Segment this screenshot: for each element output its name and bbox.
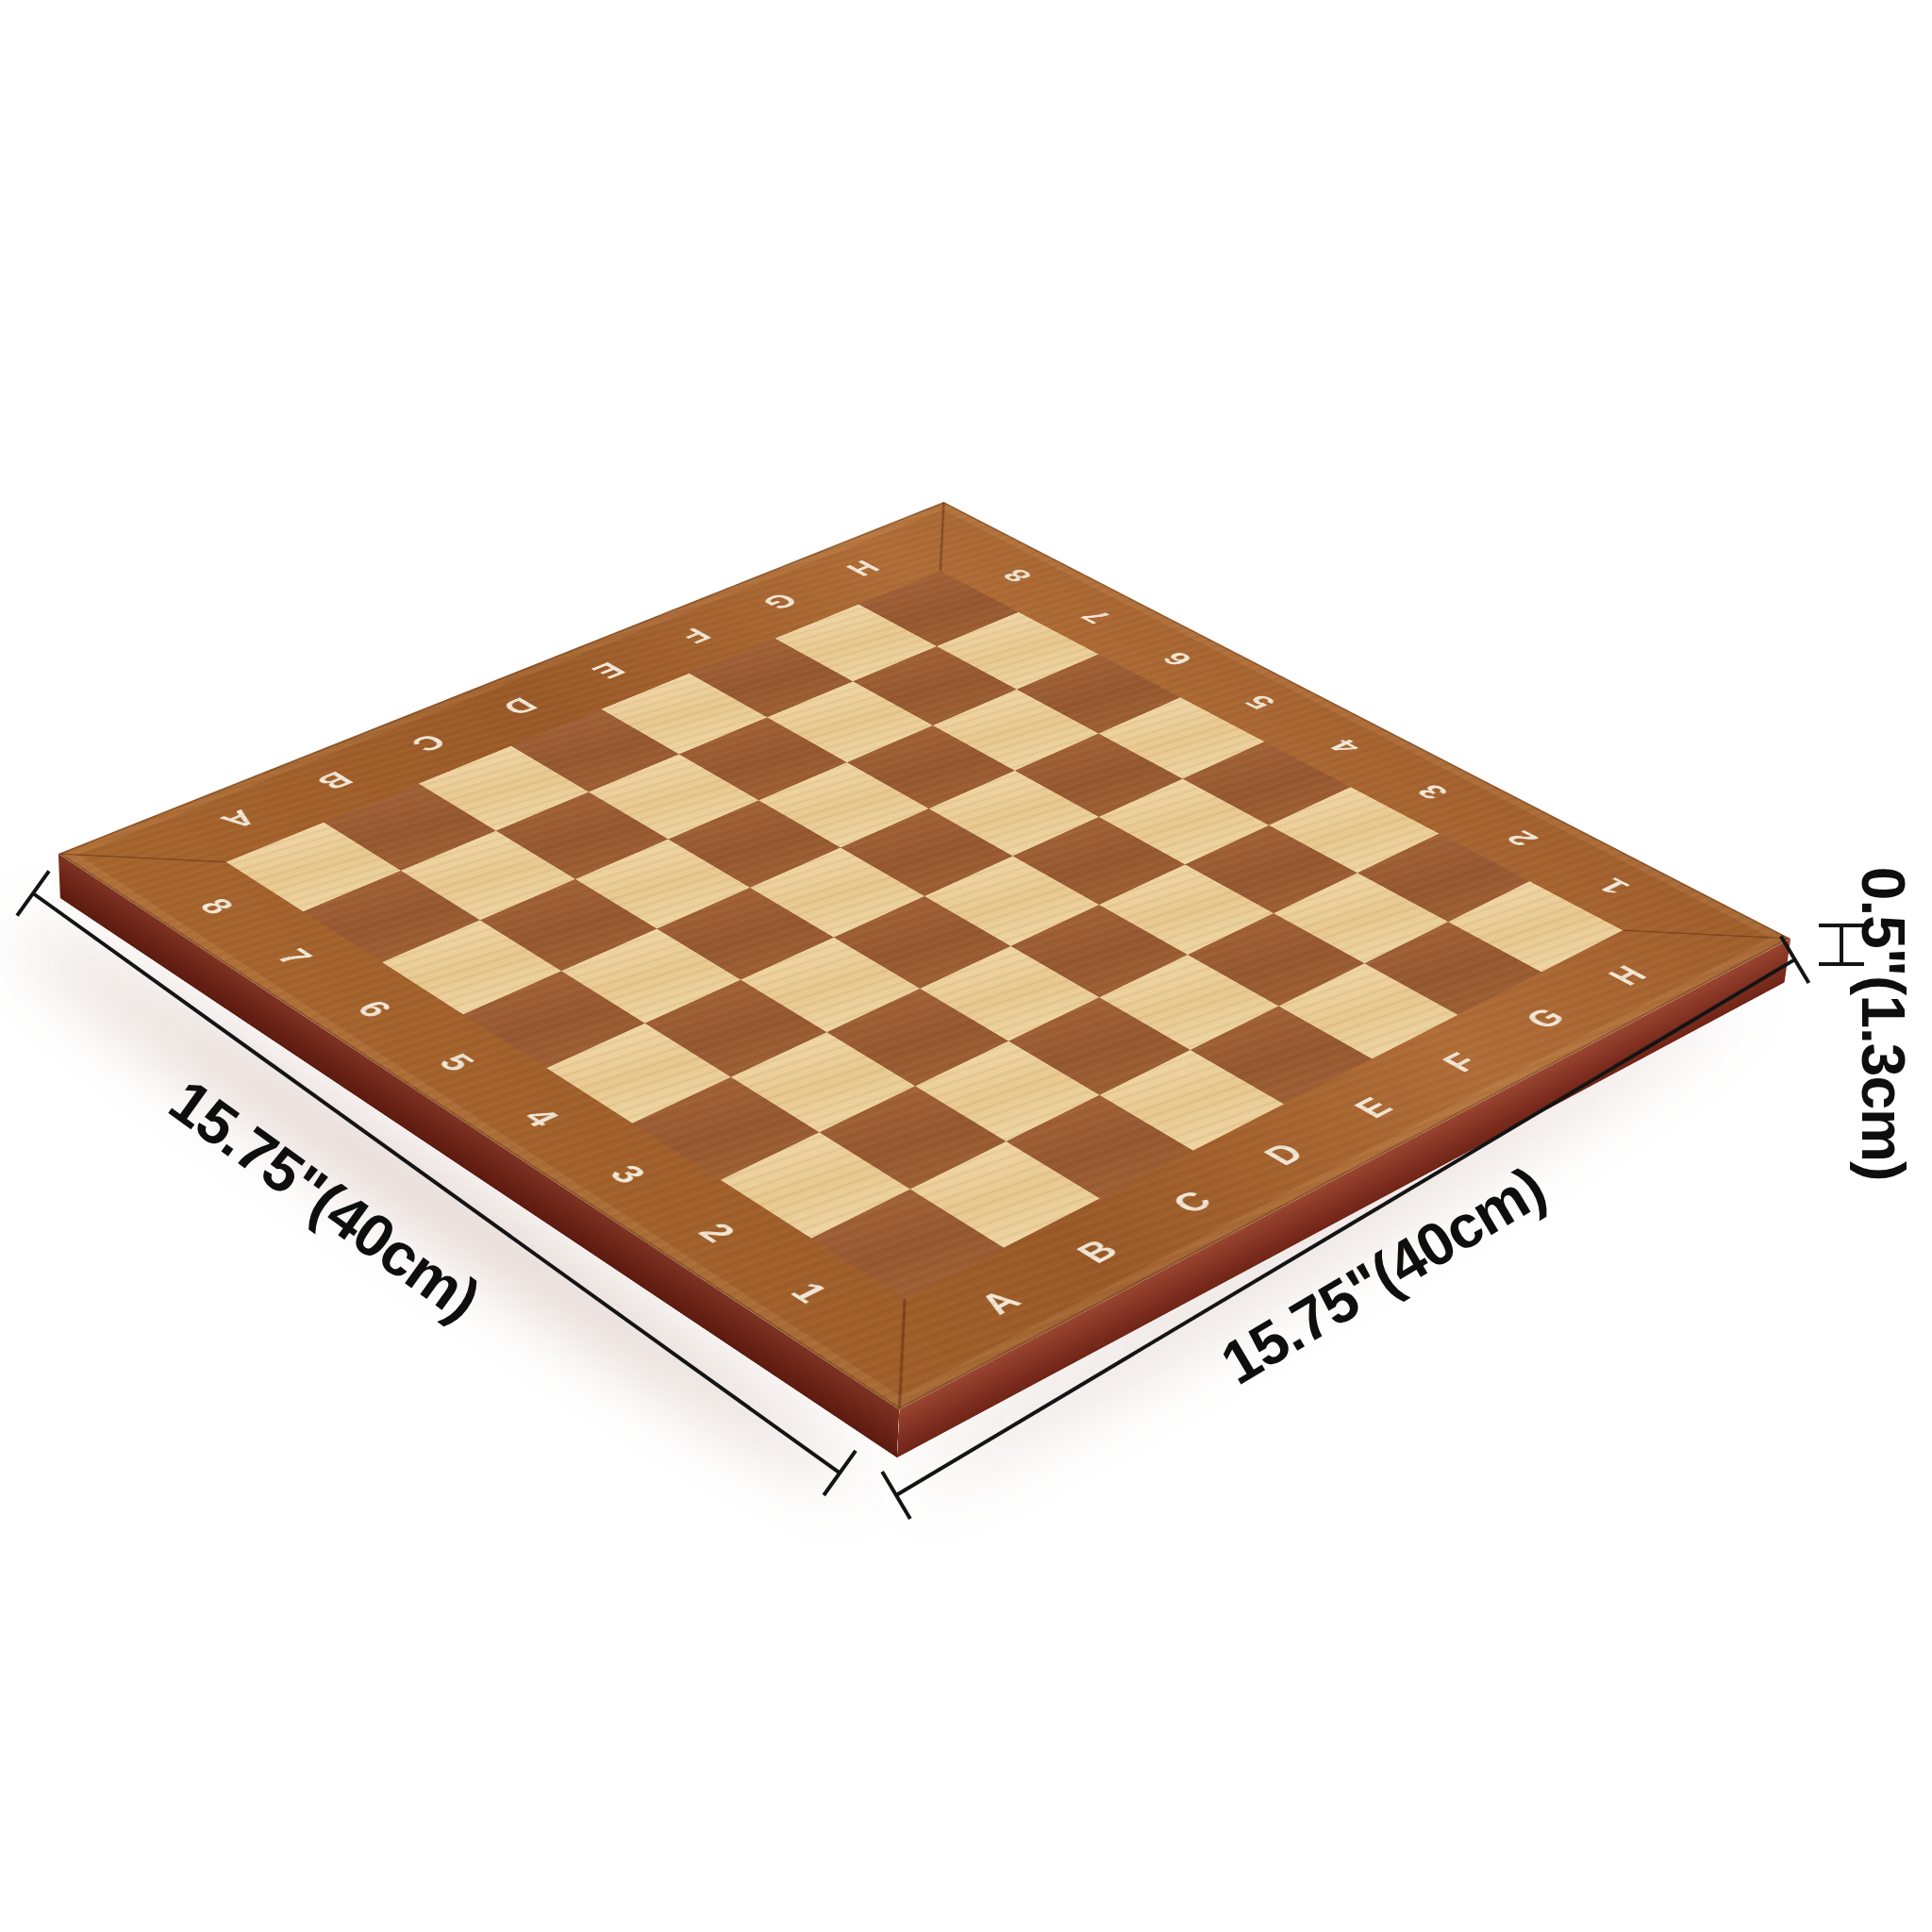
square-c3 xyxy=(826,989,1008,1086)
square-a2 xyxy=(721,1132,910,1238)
square-d4 xyxy=(834,896,1011,989)
dimension-tick xyxy=(880,1471,911,1520)
square-d1 xyxy=(1100,1050,1284,1151)
square-c1 xyxy=(1007,1095,1193,1199)
square-b2 xyxy=(819,1086,1006,1189)
square-e2 xyxy=(1099,955,1278,1050)
square-c2 xyxy=(915,1041,1099,1141)
square-d3 xyxy=(920,946,1099,1041)
square-a4 xyxy=(546,1024,730,1124)
square-a7 xyxy=(303,871,480,962)
square-g1 xyxy=(1364,922,1541,1015)
square-b1 xyxy=(910,1141,1100,1248)
square-a3 xyxy=(632,1077,819,1180)
product-photo-scene: 87654321HHGGFFEEDDCCBBAA87654321 15.75"(… xyxy=(0,0,1932,1932)
square-a1 xyxy=(811,1190,1004,1299)
square-b5 xyxy=(561,929,741,1024)
square-e1 xyxy=(1191,1006,1373,1104)
dimension-tick xyxy=(15,870,50,916)
thickness-bracket-line xyxy=(1840,924,1843,966)
square-c4 xyxy=(741,938,920,1032)
board-grid: 87654321HHGGFFEEDDCCBBAA87654321 xyxy=(58,502,1790,1409)
square-f1 xyxy=(1278,963,1457,1058)
square-a5 xyxy=(463,971,645,1068)
dimension-label-thickness: 0.5"(1.3cm) xyxy=(1848,867,1918,1180)
square-c5 xyxy=(657,888,834,980)
square-e3 xyxy=(1010,905,1188,997)
square-b6 xyxy=(480,879,658,971)
square-d2 xyxy=(1008,997,1191,1095)
square-b3 xyxy=(731,1032,915,1132)
square-b4 xyxy=(645,980,827,1077)
square-f2 xyxy=(1188,913,1365,1006)
chess-board: 87654321HHGGFFEEDDCCBBAA87654321 xyxy=(58,502,1790,1409)
square-a6 xyxy=(382,920,561,1014)
